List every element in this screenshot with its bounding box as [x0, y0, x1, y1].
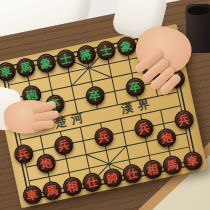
piece-green-卒[interactable]: 卒: [83, 84, 106, 107]
piece-green-馬[interactable]: 馬: [14, 56, 37, 79]
piece-red-車[interactable]: 車: [21, 183, 44, 206]
pen-cup-opening: [187, 6, 209, 16]
piece-red-兵[interactable]: 兵: [132, 117, 155, 140]
piece-green-將[interactable]: 將: [75, 43, 98, 66]
piece-red-兵[interactable]: 兵: [12, 142, 35, 165]
piece-red-相[interactable]: 相: [61, 175, 84, 198]
piece-red-兵[interactable]: 兵: [92, 125, 115, 148]
piece-red-車[interactable]: 車: [181, 149, 204, 172]
piece-green-象[interactable]: 象: [35, 52, 58, 75]
piece-green-象[interactable]: 象: [115, 35, 138, 58]
piece-red-相[interactable]: 相: [141, 158, 164, 181]
piece-green-士[interactable]: 士: [95, 39, 118, 62]
piece-red-炮[interactable]: 炮: [155, 126, 178, 149]
piece-red-馬[interactable]: 馬: [161, 154, 184, 177]
piece-red-仕[interactable]: 仕: [81, 171, 104, 194]
piece-red-馬[interactable]: 馬: [41, 179, 64, 202]
piece-red-帥[interactable]: 帥: [101, 166, 124, 189]
piece-red-仕[interactable]: 仕: [121, 162, 144, 185]
piece-green-士[interactable]: 士: [55, 47, 78, 70]
piece-green-車[interactable]: 車: [0, 60, 17, 83]
piece-red-兵[interactable]: 兵: [52, 134, 75, 157]
piece-red-兵[interactable]: 兵: [172, 108, 195, 131]
scene: 楚河 漢界 車馬象士將士象馬車砲砲卒卒卒卒卒兵兵兵兵兵炮炮車馬相仕帥仕相馬車: [0, 0, 210, 210]
piece-red-炮[interactable]: 炮: [35, 152, 58, 175]
